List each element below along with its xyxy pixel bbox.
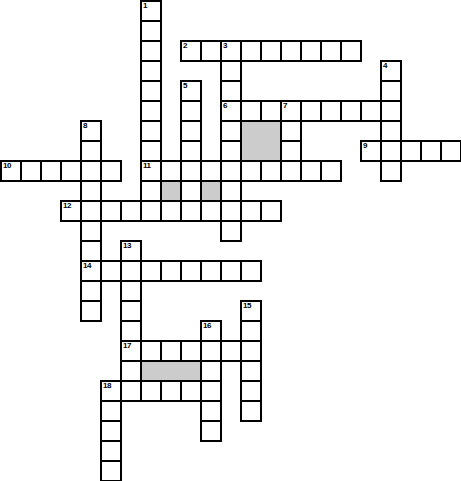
letter-cell-r10-c9[interactable] bbox=[180, 200, 202, 222]
shaded-cell-r9-c8 bbox=[160, 180, 182, 202]
letter-cell-r19-c9[interactable] bbox=[180, 380, 202, 402]
letter-cell-r2-c9[interactable]: 2 bbox=[180, 40, 202, 62]
clue-number-4: 4 bbox=[383, 61, 387, 70]
letter-cell-r5-c9[interactable] bbox=[180, 100, 202, 122]
letter-cell-r15-c4[interactable] bbox=[80, 300, 102, 322]
letter-cell-r23-c5[interactable] bbox=[100, 460, 122, 481]
letter-cell-r10-c3[interactable]: 12 bbox=[60, 200, 82, 222]
letter-cell-r7-c11[interactable] bbox=[220, 140, 242, 162]
letter-cell-r9-c4[interactable] bbox=[80, 180, 102, 202]
letter-cell-r13-c5[interactable] bbox=[100, 260, 122, 282]
letter-cell-r16-c10[interactable]: 16 bbox=[200, 320, 222, 342]
letter-cell-r8-c11[interactable] bbox=[220, 160, 242, 182]
clue-number-1: 1 bbox=[143, 1, 147, 10]
letter-cell-r8-c8[interactable] bbox=[160, 160, 182, 182]
letter-cell-r12-c6[interactable]: 13 bbox=[120, 240, 142, 262]
letter-cell-r5-c16[interactable] bbox=[320, 100, 342, 122]
letter-cell-r2-c13[interactable] bbox=[260, 40, 282, 62]
letter-cell-r8-c19[interactable] bbox=[380, 160, 402, 182]
letter-cell-r7-c22[interactable] bbox=[440, 140, 461, 162]
letter-cell-r5-c7[interactable] bbox=[140, 100, 162, 122]
letter-cell-r14-c4[interactable] bbox=[80, 280, 102, 302]
letter-cell-r8-c3[interactable] bbox=[60, 160, 82, 182]
letter-cell-r7-c19[interactable] bbox=[380, 140, 402, 162]
letter-cell-r5-c11[interactable]: 6 bbox=[220, 100, 242, 122]
letter-cell-r7-c20[interactable] bbox=[400, 140, 422, 162]
letter-cell-r15-c12[interactable]: 15 bbox=[240, 300, 262, 322]
letter-cell-r7-c21[interactable] bbox=[420, 140, 442, 162]
letter-cell-r10-c6[interactable] bbox=[120, 200, 142, 222]
letter-cell-r10-c10[interactable] bbox=[200, 200, 222, 222]
letter-cell-r5-c12[interactable] bbox=[240, 100, 262, 122]
letter-cell-r18-c10[interactable] bbox=[200, 360, 222, 382]
letter-cell-r14-c6[interactable] bbox=[120, 280, 142, 302]
letter-cell-r8-c4[interactable] bbox=[80, 160, 102, 182]
letter-cell-r13-c8[interactable] bbox=[160, 260, 182, 282]
letter-cell-r11-c11[interactable] bbox=[220, 220, 242, 242]
letter-cell-r8-c9[interactable] bbox=[180, 160, 202, 182]
letter-cell-r19-c7[interactable] bbox=[140, 380, 162, 402]
clue-number-5: 5 bbox=[183, 81, 187, 90]
letter-cell-r8-c0[interactable]: 10 bbox=[0, 160, 22, 182]
letter-cell-r21-c5[interactable] bbox=[100, 420, 122, 442]
letter-cell-r7-c18[interactable]: 9 bbox=[360, 140, 382, 162]
letter-cell-r2-c16[interactable] bbox=[320, 40, 342, 62]
letter-cell-r17-c6[interactable]: 17 bbox=[120, 340, 142, 362]
letter-cell-r10-c12[interactable] bbox=[240, 200, 262, 222]
letter-cell-r17-c8[interactable] bbox=[160, 340, 182, 362]
letter-cell-r13-c4[interactable]: 14 bbox=[80, 260, 102, 282]
letter-cell-r6-c14[interactable] bbox=[280, 120, 302, 142]
letter-cell-r13-c10[interactable] bbox=[200, 260, 222, 282]
letter-cell-r20-c5[interactable] bbox=[100, 400, 122, 422]
letter-cell-r9-c9[interactable] bbox=[180, 180, 202, 202]
letter-cell-r4-c7[interactable] bbox=[140, 80, 162, 102]
letter-cell-r7-c4[interactable] bbox=[80, 140, 102, 162]
clue-number-6: 6 bbox=[223, 101, 227, 110]
letter-cell-r8-c5[interactable] bbox=[100, 160, 122, 182]
letter-cell-r19-c10[interactable] bbox=[200, 380, 222, 402]
clue-number-11: 11 bbox=[143, 161, 150, 170]
clue-number-7: 7 bbox=[283, 101, 287, 110]
letter-cell-r6-c4[interactable]: 8 bbox=[80, 120, 102, 142]
letter-cell-r16-c6[interactable] bbox=[120, 320, 142, 342]
letter-cell-r8-c10[interactable] bbox=[200, 160, 222, 182]
letter-cell-r2-c7[interactable] bbox=[140, 40, 162, 62]
letter-cell-r2-c14[interactable] bbox=[280, 40, 302, 62]
letter-cell-r7-c7[interactable] bbox=[140, 140, 162, 162]
clue-number-14: 14 bbox=[83, 261, 91, 270]
letter-cell-r5-c17[interactable] bbox=[340, 100, 362, 122]
letter-cell-r5-c15[interactable] bbox=[300, 100, 322, 122]
letter-cell-r5-c14[interactable]: 7 bbox=[280, 100, 302, 122]
letter-cell-r3-c7[interactable] bbox=[140, 60, 162, 82]
letter-cell-r4-c19[interactable] bbox=[380, 80, 402, 102]
clue-number-16: 16 bbox=[203, 321, 211, 330]
letter-cell-r10-c5[interactable] bbox=[100, 200, 122, 222]
letter-cell-r19-c6[interactable] bbox=[120, 380, 142, 402]
crossword-page: 123456789101112131415161718 bbox=[0, 0, 461, 481]
letter-cell-r8-c2[interactable] bbox=[40, 160, 62, 182]
letter-cell-r19-c5[interactable]: 18 bbox=[100, 380, 122, 402]
letter-cell-r3-c19[interactable]: 4 bbox=[380, 60, 402, 82]
letter-cell-r15-c6[interactable] bbox=[120, 300, 142, 322]
letter-cell-r2-c17[interactable] bbox=[340, 40, 362, 62]
letter-cell-r13-c11[interactable] bbox=[220, 260, 242, 282]
letter-cell-r0-c7[interactable]: 1 bbox=[140, 0, 162, 22]
letter-cell-r11-c4[interactable] bbox=[80, 220, 102, 242]
letter-cell-r8-c15[interactable] bbox=[300, 160, 322, 182]
letter-cell-r8-c14[interactable] bbox=[280, 160, 302, 182]
letter-cell-r8-c16[interactable] bbox=[320, 160, 342, 182]
letter-cell-r5-c18[interactable] bbox=[360, 100, 382, 122]
clue-number-12: 12 bbox=[63, 201, 71, 210]
letter-cell-r17-c11[interactable] bbox=[220, 340, 242, 362]
letter-cell-r12-c4[interactable] bbox=[80, 240, 102, 262]
letter-cell-r17-c9[interactable] bbox=[180, 340, 202, 362]
letter-cell-r10-c7[interactable] bbox=[140, 200, 162, 222]
letter-cell-r6-c7[interactable] bbox=[140, 120, 162, 142]
crossword-board: 123456789101112131415161718 bbox=[0, 0, 461, 481]
letter-cell-r18-c6[interactable] bbox=[120, 360, 142, 382]
letter-cell-r8-c12[interactable] bbox=[240, 160, 262, 182]
letter-cell-r18-c12[interactable] bbox=[240, 360, 262, 382]
letter-cell-r13-c12[interactable] bbox=[240, 260, 262, 282]
letter-cell-r17-c7[interactable] bbox=[140, 340, 162, 362]
letter-cell-r8-c7[interactable]: 11 bbox=[140, 160, 162, 182]
clue-number-9: 9 bbox=[363, 141, 367, 150]
letter-cell-r1-c7[interactable] bbox=[140, 20, 162, 42]
clue-number-2: 2 bbox=[183, 41, 187, 50]
shaded-cell-r9-c10 bbox=[200, 180, 222, 202]
shaded-cell-r18-c7 bbox=[140, 360, 202, 382]
clue-number-15: 15 bbox=[243, 301, 251, 310]
letter-cell-r20-c10[interactable] bbox=[200, 400, 222, 422]
letter-cell-r16-c12[interactable] bbox=[240, 320, 262, 342]
letter-cell-r17-c12[interactable] bbox=[240, 340, 262, 362]
letter-cell-r10-c4[interactable] bbox=[80, 200, 102, 222]
letter-cell-r3-c11[interactable] bbox=[220, 60, 242, 82]
letter-cell-r13-c7[interactable] bbox=[140, 260, 162, 282]
letter-cell-r8-c13[interactable] bbox=[260, 160, 282, 182]
letter-cell-r13-c6[interactable] bbox=[120, 260, 142, 282]
letter-cell-r5-c19[interactable] bbox=[380, 100, 402, 122]
letter-cell-r7-c9[interactable] bbox=[180, 140, 202, 162]
clue-number-18: 18 bbox=[103, 381, 111, 390]
clue-number-10: 10 bbox=[3, 161, 11, 170]
letter-cell-r2-c10[interactable] bbox=[200, 40, 222, 62]
letter-cell-r6-c11[interactable] bbox=[220, 120, 242, 142]
letter-cell-r22-c5[interactable] bbox=[100, 440, 122, 462]
letter-cell-r2-c12[interactable] bbox=[240, 40, 262, 62]
letter-cell-r17-c10[interactable] bbox=[200, 340, 222, 362]
letter-cell-r2-c11[interactable]: 3 bbox=[220, 40, 242, 62]
clue-number-17: 17 bbox=[123, 341, 131, 350]
letter-cell-r4-c11[interactable] bbox=[220, 80, 242, 102]
clue-number-3: 3 bbox=[223, 41, 227, 50]
letter-cell-r20-c12[interactable] bbox=[240, 400, 262, 422]
letter-cell-r19-c12[interactable] bbox=[240, 380, 262, 402]
letter-cell-r8-c1[interactable] bbox=[20, 160, 42, 182]
letter-cell-r6-c19[interactable] bbox=[380, 120, 402, 142]
letter-cell-r4-c9[interactable]: 5 bbox=[180, 80, 202, 102]
letter-cell-r13-c9[interactable] bbox=[180, 260, 202, 282]
shaded-cell-r6-c12 bbox=[240, 120, 282, 162]
letter-cell-r10-c11[interactable] bbox=[220, 200, 242, 222]
letter-cell-r6-c9[interactable] bbox=[180, 120, 202, 142]
letter-cell-r2-c15[interactable] bbox=[300, 40, 322, 62]
letter-cell-r9-c11[interactable] bbox=[220, 180, 242, 202]
letter-cell-r10-c13[interactable] bbox=[260, 200, 282, 222]
letter-cell-r7-c14[interactable] bbox=[280, 140, 302, 162]
clue-number-13: 13 bbox=[123, 241, 131, 250]
letter-cell-r19-c8[interactable] bbox=[160, 380, 182, 402]
letter-cell-r21-c10[interactable] bbox=[200, 420, 222, 442]
clue-number-8: 8 bbox=[83, 121, 87, 130]
letter-cell-r10-c8[interactable] bbox=[160, 200, 182, 222]
letter-cell-r5-c13[interactable] bbox=[260, 100, 282, 122]
letter-cell-r9-c7[interactable] bbox=[140, 180, 162, 202]
